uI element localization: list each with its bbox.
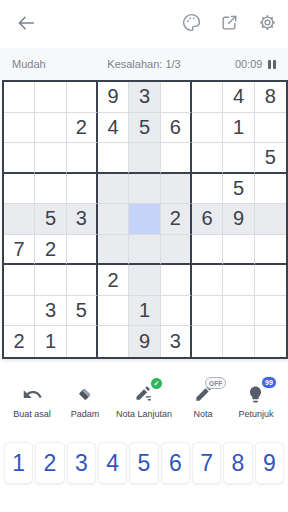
cell-r9c3[interactable] xyxy=(67,326,98,357)
advanced-notes-on-badge: ✓ xyxy=(150,377,163,390)
cell-r8c7[interactable] xyxy=(192,296,223,327)
pause-button[interactable] xyxy=(268,60,276,69)
share-button[interactable] xyxy=(217,12,241,36)
cell-r5c4[interactable] xyxy=(98,204,129,235)
cell-r4c2[interactable] xyxy=(35,174,66,205)
pencil-notes-icon: ✓ xyxy=(132,383,156,405)
share-icon xyxy=(219,13,239,36)
hint-label: Petunjuk xyxy=(238,409,273,419)
cell-r2c6[interactable]: 6 xyxy=(161,113,192,144)
cell-r3c2[interactable] xyxy=(35,143,66,174)
cell-r8c8[interactable] xyxy=(223,296,254,327)
cell-r5c9[interactable] xyxy=(255,204,286,235)
cell-r5c7[interactable]: 6 xyxy=(192,204,223,235)
advanced-notes-button[interactable]: ✓ Nota Lanjutan xyxy=(116,383,172,419)
undo-label: Buat asal xyxy=(13,409,51,419)
cell-r4c8[interactable]: 5 xyxy=(223,174,254,205)
cell-r6c4[interactable] xyxy=(98,235,129,266)
cell-r2c1[interactable] xyxy=(4,113,35,144)
cell-r6c7[interactable] xyxy=(192,235,223,266)
cell-r7c5[interactable] xyxy=(129,265,160,296)
cell-r9c2[interactable]: 1 xyxy=(35,326,66,357)
pause-icon xyxy=(268,60,271,69)
cell-r1c4[interactable]: 9 xyxy=(98,82,129,113)
cell-r4c4[interactable] xyxy=(98,174,129,205)
numpad-9[interactable]: 9 xyxy=(255,442,284,484)
mistakes-counter: Kesalahan: 1/3 xyxy=(90,58,199,70)
numpad-5[interactable]: 5 xyxy=(129,442,158,484)
pencil-icon: OFF xyxy=(191,383,215,405)
cell-r9c1[interactable]: 2 xyxy=(4,326,35,357)
cell-r4c5[interactable] xyxy=(129,174,160,205)
cell-r5c3[interactable]: 3 xyxy=(67,204,98,235)
cell-r7c7[interactable] xyxy=(192,265,223,296)
sudoku-app: Mudah Kesalahan: 1/3 00:09 9348245615553… xyxy=(0,0,288,512)
cell-r2c2[interactable] xyxy=(35,113,66,144)
cell-r6c8[interactable] xyxy=(223,235,254,266)
cell-r6c3[interactable] xyxy=(67,235,98,266)
cell-r3c3[interactable] xyxy=(67,143,98,174)
cell-r1c9[interactable]: 8 xyxy=(255,82,286,113)
cell-r9c5[interactable]: 9 xyxy=(129,326,160,357)
cell-r4c7[interactable] xyxy=(192,174,223,205)
cell-r8c3[interactable]: 5 xyxy=(67,296,98,327)
cell-r3c8[interactable] xyxy=(223,143,254,174)
cell-r8c6[interactable] xyxy=(161,296,192,327)
cell-r5c5[interactable] xyxy=(129,204,160,235)
timer-value: 00:09 xyxy=(235,58,263,70)
cell-r6c9[interactable] xyxy=(255,235,286,266)
cell-r7c6[interactable] xyxy=(161,265,192,296)
cell-r2c7[interactable] xyxy=(192,113,223,144)
cell-r9c6[interactable]: 3 xyxy=(161,326,192,357)
theme-button[interactable] xyxy=(179,12,203,36)
numpad-6[interactable]: 6 xyxy=(161,442,190,484)
cell-r4c1[interactable] xyxy=(4,174,35,205)
numpad-7[interactable]: 7 xyxy=(192,442,221,484)
cell-r3c4[interactable] xyxy=(98,143,129,174)
cell-r4c3[interactable] xyxy=(67,174,98,205)
cell-r7c8[interactable] xyxy=(223,265,254,296)
cell-r5c8[interactable]: 9 xyxy=(223,204,254,235)
cell-r8c1[interactable] xyxy=(4,296,35,327)
hint-count-badge: 99 xyxy=(261,376,277,389)
number-pad: 1 2 3 4 5 6 7 8 9 xyxy=(0,442,288,484)
cell-r1c1[interactable] xyxy=(4,82,35,113)
numpad-4[interactable]: 4 xyxy=(98,442,127,484)
cell-r1c5[interactable]: 3 xyxy=(129,82,160,113)
cell-r3c1[interactable] xyxy=(4,143,35,174)
cell-r3c7[interactable] xyxy=(192,143,223,174)
eraser-icon xyxy=(73,383,97,405)
cell-r2c4[interactable]: 4 xyxy=(98,113,129,144)
cell-r4c9[interactable] xyxy=(255,174,286,205)
cell-r8c5[interactable]: 1 xyxy=(129,296,160,327)
cell-r2c5[interactable]: 5 xyxy=(129,113,160,144)
cell-r7c3[interactable] xyxy=(67,265,98,296)
cell-r1c8[interactable]: 4 xyxy=(223,82,254,113)
cell-r1c6[interactable] xyxy=(161,82,192,113)
cell-r8c4[interactable] xyxy=(98,296,129,327)
gear-icon xyxy=(257,12,278,36)
erase-label: Padam xyxy=(71,409,100,419)
cell-r9c7[interactable] xyxy=(192,326,223,357)
numpad-2[interactable]: 2 xyxy=(35,442,64,484)
cell-r7c1[interactable] xyxy=(4,265,35,296)
back-arrow-icon xyxy=(15,12,37,37)
bulb-icon: 99 xyxy=(244,383,268,405)
cell-r6c5[interactable] xyxy=(129,235,160,266)
cell-r3c5[interactable] xyxy=(129,143,160,174)
cell-r8c9[interactable] xyxy=(255,296,286,327)
cell-r3c6[interactable] xyxy=(161,143,192,174)
back-button[interactable] xyxy=(14,12,38,36)
cell-r6c6[interactable] xyxy=(161,235,192,266)
sudoku-board: 93482456155532697223512193 xyxy=(2,80,288,359)
cell-r4c6[interactable] xyxy=(161,174,192,205)
cell-r2c3[interactable]: 2 xyxy=(67,113,98,144)
cell-r9c9[interactable] xyxy=(255,326,286,357)
hint-button[interactable]: 99 Petunjuk xyxy=(234,383,278,419)
cell-r2c8[interactable]: 1 xyxy=(223,113,254,144)
cell-r5c2[interactable]: 5 xyxy=(35,204,66,235)
header xyxy=(0,0,288,48)
cell-r6c2[interactable]: 2 xyxy=(35,235,66,266)
toolbar: Buat asal Padam ✓ xyxy=(0,383,288,419)
cell-r1c3[interactable] xyxy=(67,82,98,113)
numpad-1[interactable]: 1 xyxy=(4,442,33,484)
undo-icon xyxy=(20,383,44,405)
cell-r6c1[interactable]: 7 xyxy=(4,235,35,266)
notes-button[interactable]: OFF Nota xyxy=(181,383,225,419)
cell-r1c7[interactable] xyxy=(192,82,223,113)
cell-r8c2[interactable]: 3 xyxy=(35,296,66,327)
cell-r7c2[interactable] xyxy=(35,265,66,296)
palette-icon xyxy=(181,12,202,36)
cell-r7c4[interactable]: 2 xyxy=(98,265,129,296)
cell-r9c4[interactable] xyxy=(98,326,129,357)
numpad-3[interactable]: 3 xyxy=(67,442,96,484)
erase-button[interactable]: Padam xyxy=(63,383,107,419)
cell-r2c9[interactable] xyxy=(255,113,286,144)
advanced-notes-label: Nota Lanjutan xyxy=(116,409,172,419)
undo-button[interactable]: Buat asal xyxy=(10,383,54,419)
cell-r3c9[interactable]: 5 xyxy=(255,143,286,174)
cell-r5c1[interactable] xyxy=(4,204,35,235)
timer-group: 00:09 xyxy=(198,58,276,70)
notes-off-badge: OFF xyxy=(205,377,226,389)
notes-label: Nota xyxy=(193,409,212,419)
difficulty-label: Mudah xyxy=(12,58,90,70)
settings-button[interactable] xyxy=(255,12,279,36)
cell-r5c6[interactable]: 2 xyxy=(161,204,192,235)
cell-r7c9[interactable] xyxy=(255,265,286,296)
cell-r9c8[interactable] xyxy=(223,326,254,357)
info-bar: Mudah Kesalahan: 1/3 00:09 xyxy=(0,48,288,80)
cell-r1c2[interactable] xyxy=(35,82,66,113)
numpad-8[interactable]: 8 xyxy=(223,442,252,484)
